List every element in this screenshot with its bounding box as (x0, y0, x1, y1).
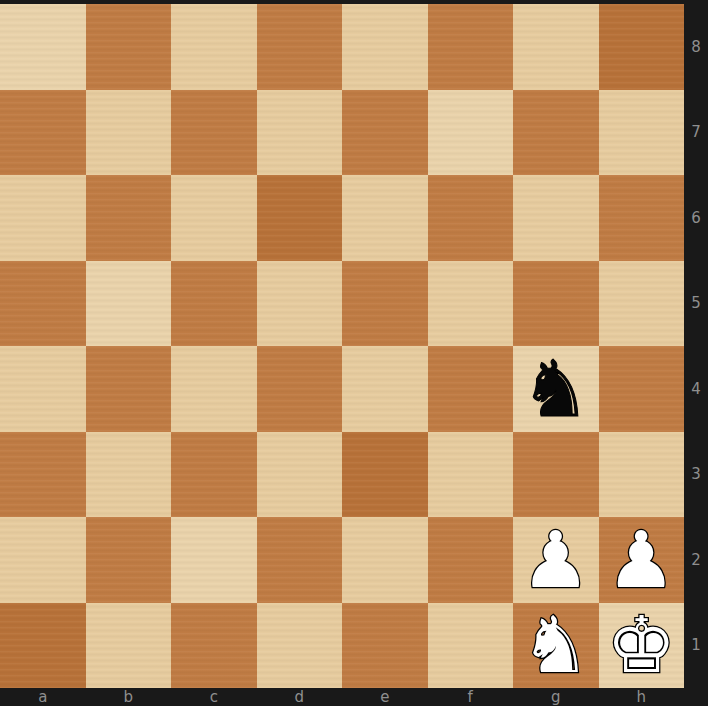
square-d8[interactable] (257, 4, 343, 90)
file-label-b: b (86, 688, 172, 706)
square-e6[interactable] (342, 175, 428, 261)
square-d5[interactable] (257, 261, 343, 347)
square-f4[interactable] (428, 346, 514, 432)
square-a8[interactable] (0, 4, 86, 90)
file-label-a: a (0, 688, 86, 706)
square-d1[interactable] (257, 603, 343, 689)
square-b6[interactable] (86, 175, 172, 261)
rank-coordinates: 87654321 (684, 4, 708, 688)
square-h3[interactable] (599, 432, 685, 518)
file-label-c: c (171, 688, 257, 706)
square-a6[interactable] (0, 175, 86, 261)
square-c1[interactable] (171, 603, 257, 689)
rank-label-1: 1 (684, 603, 708, 689)
square-a4[interactable] (0, 346, 86, 432)
square-b7[interactable] (86, 90, 172, 176)
square-g1[interactable]: ♞ (513, 603, 599, 689)
chess-board: ♞♟♟♞♚ (0, 4, 684, 688)
square-f1[interactable] (428, 603, 514, 689)
square-e4[interactable] (342, 346, 428, 432)
square-a7[interactable] (0, 90, 86, 176)
square-c2[interactable] (171, 517, 257, 603)
square-c6[interactable] (171, 175, 257, 261)
square-e1[interactable] (342, 603, 428, 689)
white-king[interactable]: ♚ (606, 603, 676, 687)
square-a5[interactable] (0, 261, 86, 347)
square-d7[interactable] (257, 90, 343, 176)
file-label-g: g (513, 688, 599, 706)
square-c5[interactable] (171, 261, 257, 347)
square-b5[interactable] (86, 261, 172, 347)
square-f3[interactable] (428, 432, 514, 518)
square-c4[interactable] (171, 346, 257, 432)
square-c3[interactable] (171, 432, 257, 518)
square-d2[interactable] (257, 517, 343, 603)
file-label-e: e (342, 688, 428, 706)
square-h2[interactable]: ♟ (599, 517, 685, 603)
file-label-d: d (257, 688, 343, 706)
file-label-h: h (599, 688, 685, 706)
square-b8[interactable] (86, 4, 172, 90)
square-g2[interactable]: ♟ (513, 517, 599, 603)
square-f2[interactable] (428, 517, 514, 603)
square-e2[interactable] (342, 517, 428, 603)
square-d4[interactable] (257, 346, 343, 432)
square-a2[interactable] (0, 517, 86, 603)
square-d3[interactable] (257, 432, 343, 518)
square-g4[interactable]: ♞ (513, 346, 599, 432)
square-f7[interactable] (428, 90, 514, 176)
rank-label-4: 4 (684, 346, 708, 432)
square-g7[interactable] (513, 90, 599, 176)
square-e5[interactable] (342, 261, 428, 347)
square-g3[interactable] (513, 432, 599, 518)
square-h4[interactable] (599, 346, 685, 432)
square-c8[interactable] (171, 4, 257, 90)
chess-app: ♞♟♟♞♚ 87654321 abcdefgh (0, 0, 708, 706)
square-e3[interactable] (342, 432, 428, 518)
white-pawn[interactable]: ♟ (521, 518, 591, 602)
file-label-f: f (428, 688, 514, 706)
square-g8[interactable] (513, 4, 599, 90)
square-d6[interactable] (257, 175, 343, 261)
square-b4[interactable] (86, 346, 172, 432)
square-e8[interactable] (342, 4, 428, 90)
file-coordinates: abcdefgh (0, 688, 684, 706)
square-b3[interactable] (86, 432, 172, 518)
square-f5[interactable] (428, 261, 514, 347)
square-h5[interactable] (599, 261, 685, 347)
square-g5[interactable] (513, 261, 599, 347)
rank-label-6: 6 (684, 175, 708, 261)
square-b1[interactable] (86, 603, 172, 689)
square-a3[interactable] (0, 432, 86, 518)
square-a1[interactable] (0, 603, 86, 689)
square-b2[interactable] (86, 517, 172, 603)
square-e7[interactable] (342, 90, 428, 176)
rank-label-3: 3 (684, 432, 708, 518)
rank-label-5: 5 (684, 261, 708, 347)
rank-label-7: 7 (684, 90, 708, 176)
square-f8[interactable] (428, 4, 514, 90)
square-h6[interactable] (599, 175, 685, 261)
square-c7[interactable] (171, 90, 257, 176)
square-h7[interactable] (599, 90, 685, 176)
rank-label-2: 2 (684, 517, 708, 603)
square-g6[interactable] (513, 175, 599, 261)
square-h1[interactable]: ♚ (599, 603, 685, 689)
white-pawn[interactable]: ♟ (606, 518, 676, 602)
square-h8[interactable] (599, 4, 685, 90)
square-f6[interactable] (428, 175, 514, 261)
rank-label-8: 8 (684, 4, 708, 90)
black-knight[interactable]: ♞ (521, 347, 591, 431)
white-knight[interactable]: ♞ (521, 603, 591, 687)
